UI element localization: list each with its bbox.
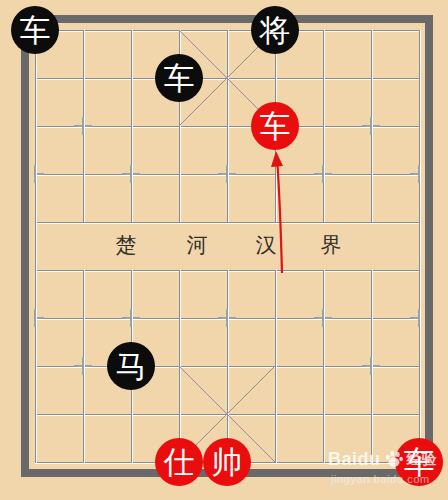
watermark-suffix: 经验: [407, 450, 437, 469]
piece-black-general[interactable]: 将: [251, 6, 299, 54]
grid-line: [131, 30, 132, 222]
grid-line: [323, 30, 324, 222]
position-marker: [73, 356, 93, 376]
position-marker: [361, 356, 381, 376]
grid-line: [35, 222, 420, 223]
piece-black-chariot-2[interactable]: 车: [155, 54, 203, 102]
position-marker: [313, 164, 333, 184]
position-marker: [409, 164, 429, 184]
position-marker: [25, 164, 45, 184]
position-marker: [313, 308, 333, 328]
piece-black-horse[interactable]: 马: [107, 342, 155, 390]
piece-red-advisor[interactable]: 仕: [155, 438, 203, 486]
watermark: Baidu 经验: [328, 446, 437, 472]
position-marker: [217, 164, 237, 184]
river-label-han: 汉: [253, 233, 279, 257]
piece-red-general[interactable]: 帅: [203, 438, 251, 486]
xiangqi-board: 楚 河 汉 界 车 将 车 车 马 仕 帅 车 Baidu 经验 jing: [0, 0, 448, 500]
position-marker: [217, 308, 237, 328]
position-marker: [361, 116, 381, 136]
position-marker: [73, 116, 93, 136]
position-marker: [121, 164, 141, 184]
baidu-paw-icon: [384, 449, 404, 469]
watermark-brand: Baidu: [328, 449, 381, 470]
grid-line: [227, 30, 228, 222]
position-marker: [409, 308, 429, 328]
grid-line: [179, 270, 180, 463]
position-marker: [121, 308, 141, 328]
grid-line: [275, 270, 276, 463]
river-label-chu: 楚: [113, 233, 139, 257]
piece-red-chariot-1[interactable]: 车: [251, 102, 299, 150]
river-label-jie: 界: [318, 233, 344, 257]
grid-line: [323, 270, 324, 463]
grid-line: [227, 270, 228, 463]
grid-line: [419, 30, 420, 463]
grid-line: [35, 30, 36, 463]
position-marker: [25, 308, 45, 328]
watermark-site: jingyan.baidu.com: [331, 473, 430, 485]
river-label-he: 河: [184, 233, 210, 257]
piece-black-chariot-1[interactable]: 车: [11, 6, 59, 54]
